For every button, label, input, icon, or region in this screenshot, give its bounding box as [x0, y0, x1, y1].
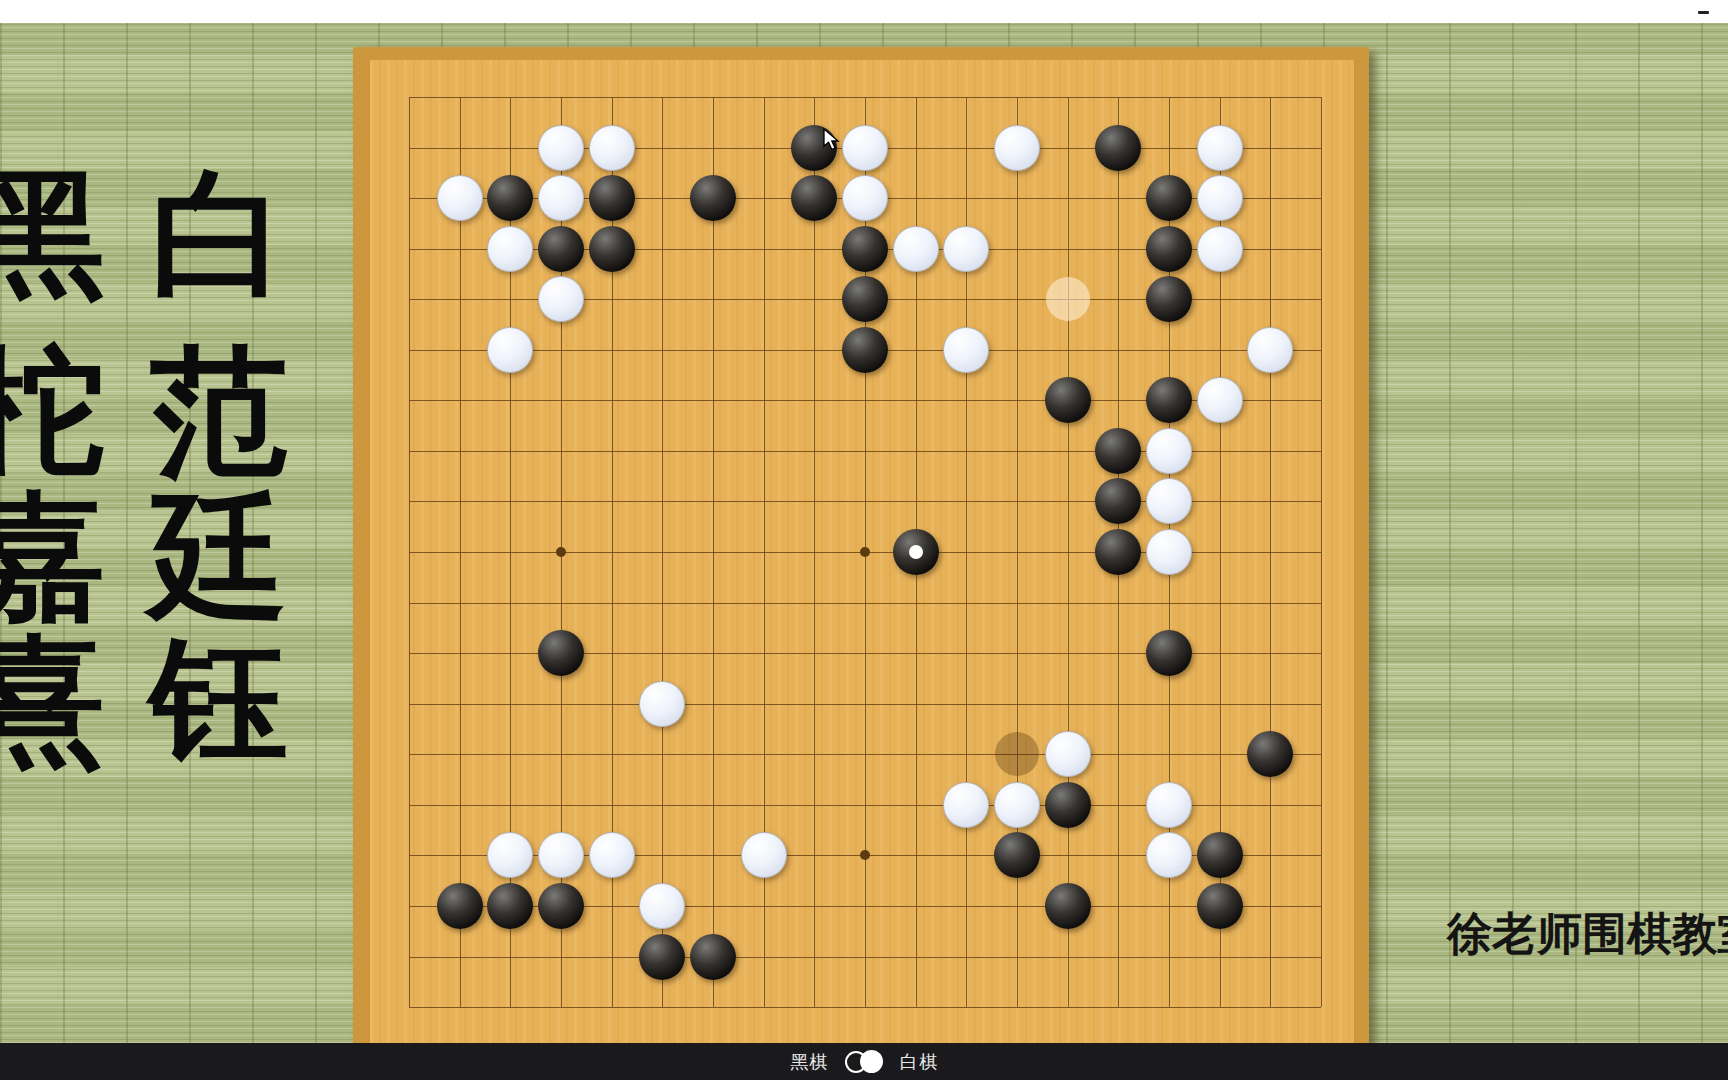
- white-toggle-label: 白棋: [900, 1050, 938, 1074]
- white-stone: [487, 226, 533, 272]
- black-stone: [437, 883, 483, 929]
- player-name-char: 范: [134, 342, 304, 480]
- white-stone: [943, 327, 989, 373]
- black-stone: [538, 630, 584, 676]
- black-stone: [842, 276, 888, 322]
- white-stone: [943, 782, 989, 828]
- black-stone: [791, 125, 837, 171]
- white-stone: [639, 681, 685, 727]
- white-stone: [437, 175, 483, 221]
- white-stone: [538, 832, 584, 878]
- black-stone: [994, 832, 1040, 878]
- white-stone: [589, 832, 635, 878]
- grid-line-horizontal: [409, 1007, 1321, 1008]
- black-stone: [1045, 782, 1091, 828]
- black-stone: [1146, 630, 1192, 676]
- white-stone: [1045, 731, 1091, 777]
- minimize-button[interactable]: [1692, 4, 1714, 20]
- white-stone: [487, 832, 533, 878]
- white-stone: [1197, 175, 1243, 221]
- black-stone: [842, 226, 888, 272]
- black-stone: [842, 327, 888, 373]
- player-name-char: 黑: [0, 165, 121, 303]
- black-stone: [893, 529, 939, 575]
- bottom-toggle-bar: 黑棋 白棋: [0, 1043, 1728, 1080]
- white-stone: [994, 782, 1040, 828]
- white-stone: [538, 276, 584, 322]
- white-stone: [943, 226, 989, 272]
- black-stone: [1095, 125, 1141, 171]
- black-stone: [589, 226, 635, 272]
- white-stone: [1247, 327, 1293, 373]
- white-stone: [1197, 125, 1243, 171]
- grid-line-horizontal: [409, 704, 1321, 705]
- black-stone: [690, 175, 736, 221]
- minimize-icon: [1698, 11, 1709, 14]
- black-toggle-label: 黑棋: [790, 1050, 828, 1074]
- stone-color-toggle[interactable]: [845, 1050, 883, 1074]
- black-stone: [1146, 175, 1192, 221]
- tatami-background: 黑柁嘉熹 白范廷钰 徐老师围棋教室: [0, 23, 1728, 1043]
- grid-line-vertical: [1321, 97, 1322, 1007]
- white-stone: [1146, 529, 1192, 575]
- white-stone: [538, 125, 584, 171]
- black-stone: [1146, 226, 1192, 272]
- white-stone: [538, 175, 584, 221]
- black-stone: [538, 883, 584, 929]
- grid-line-vertical: [1068, 97, 1069, 1007]
- star-point: [556, 547, 566, 557]
- white-stone-icon: [860, 1050, 883, 1073]
- black-stone: [1095, 529, 1141, 575]
- star-point: [860, 547, 870, 557]
- player-name-char: 白: [134, 165, 304, 303]
- grid-line-horizontal: [409, 957, 1321, 958]
- white-stone: [893, 226, 939, 272]
- white-stone: [842, 125, 888, 171]
- grid-line-horizontal: [409, 754, 1321, 755]
- player-name-char: 嘉: [0, 488, 121, 626]
- star-point: [860, 850, 870, 860]
- black-stone: [538, 226, 584, 272]
- white-stone: [589, 125, 635, 171]
- black-stone: [1045, 377, 1091, 423]
- white-stone: [1146, 428, 1192, 474]
- white-stone: [994, 125, 1040, 171]
- classroom-watermark: 徐老师围棋教室: [1447, 904, 1728, 964]
- white-stone: [487, 327, 533, 373]
- black-stone: [1146, 377, 1192, 423]
- black-stone: [791, 175, 837, 221]
- white-stone: [1146, 478, 1192, 524]
- black-stone: [487, 883, 533, 929]
- player-name-char: 熹: [0, 632, 121, 770]
- ghost-stone-white: [1046, 277, 1090, 321]
- player-name-char: 钰: [134, 632, 304, 770]
- white-stone: [1146, 782, 1192, 828]
- black-stone: [1095, 428, 1141, 474]
- black-stone: [1045, 883, 1091, 929]
- black-stone: [1095, 478, 1141, 524]
- white-stone: [741, 832, 787, 878]
- black-stone: [639, 934, 685, 980]
- white-stone: [842, 175, 888, 221]
- white-stone: [639, 883, 685, 929]
- last-move-marker: [909, 545, 923, 559]
- player-name-char: 廷: [134, 488, 304, 626]
- black-stone: [1197, 832, 1243, 878]
- black-stone: [1146, 276, 1192, 322]
- black-stone: [1247, 731, 1293, 777]
- player-name-char: 柁: [0, 342, 121, 480]
- black-stone: [589, 175, 635, 221]
- black-stone: [690, 934, 736, 980]
- go-board[interactable]: [353, 47, 1369, 1066]
- grid-line-horizontal: [409, 603, 1321, 604]
- go-board-grid[interactable]: [370, 60, 1354, 1054]
- black-stone: [1197, 883, 1243, 929]
- ghost-stone-black: [995, 732, 1039, 776]
- white-stone: [1146, 832, 1192, 878]
- black-stone: [487, 175, 533, 221]
- white-stone: [1197, 377, 1243, 423]
- white-stone: [1197, 226, 1243, 272]
- grid-line-vertical: [1270, 97, 1271, 1007]
- window-titlebar: [0, 0, 1728, 23]
